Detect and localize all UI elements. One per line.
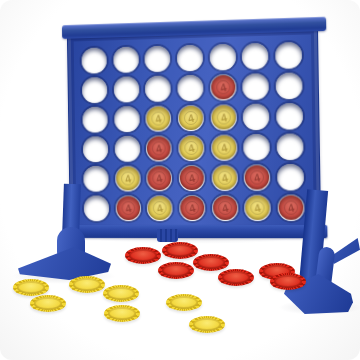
hole: 4 (147, 195, 173, 221)
board-cell-r6c6[interactable]: 4 (241, 193, 274, 223)
disc-emboss: 4 (253, 171, 262, 183)
hole (177, 75, 203, 102)
hole: 4 (244, 164, 271, 190)
connect-four-scene: 444444444444444444 (0, 0, 360, 360)
board-cell-r1c4[interactable] (174, 43, 207, 74)
yellow-disc[interactable]: 4 (212, 135, 236, 159)
yellow-disc[interactable]: 4 (245, 196, 270, 220)
board-cell-r4c3[interactable]: 4 (143, 133, 175, 163)
hole (82, 47, 107, 73)
board-panel: 444444444444444444 (67, 27, 321, 234)
yellow-disc[interactable]: 4 (212, 166, 236, 190)
hole (243, 104, 270, 131)
board-cell-r2c1[interactable] (79, 75, 111, 105)
yellow-disc[interactable]: 4 (179, 106, 203, 130)
hole (145, 75, 171, 101)
board-center-tab (157, 229, 178, 242)
board-cell-r6c5[interactable]: 4 (208, 193, 241, 223)
red-chip[interactable] (270, 273, 306, 290)
board-cell-r1c1[interactable] (79, 45, 111, 75)
hole: 4 (146, 135, 172, 161)
hole: 4 (147, 165, 173, 191)
hole: 4 (179, 195, 205, 221)
yellow-disc[interactable]: 4 (211, 105, 235, 130)
board-cell-r3c4[interactable]: 4 (174, 103, 207, 134)
board-cell-r2c6[interactable] (239, 71, 272, 102)
hole (242, 73, 269, 100)
yellow-chip[interactable] (30, 295, 66, 312)
board-cell-r4c1[interactable] (80, 134, 112, 164)
board-cell-r5c6[interactable]: 4 (240, 162, 273, 193)
board-cell-r3c7[interactable] (272, 101, 306, 132)
board-cell-r3c1[interactable] (79, 105, 111, 135)
red-disc[interactable]: 4 (148, 166, 172, 190)
hole (84, 195, 109, 221)
hole (177, 45, 203, 72)
board-cell-r5c4[interactable]: 4 (175, 163, 208, 193)
hole (113, 47, 139, 73)
hole (276, 103, 303, 130)
yellow-disc[interactable]: 4 (147, 106, 171, 130)
hole: 4 (211, 134, 237, 160)
board-cell-r2c5[interactable]: 4 (206, 72, 239, 103)
board-cell-r3c5[interactable]: 4 (207, 102, 240, 133)
board-cell-r2c3[interactable] (142, 73, 174, 104)
board-cell-r4c4[interactable]: 4 (175, 133, 208, 163)
red-chip[interactable] (158, 262, 194, 279)
disc-emboss: 4 (187, 172, 196, 184)
yellow-disc[interactable]: 4 (116, 167, 140, 191)
hole (114, 76, 140, 102)
board-cell-r6c4[interactable]: 4 (176, 193, 209, 223)
red-disc[interactable]: 4 (211, 75, 235, 100)
red-chip[interactable] (162, 242, 198, 259)
hole (242, 43, 269, 70)
yellow-disc[interactable]: 4 (179, 136, 203, 160)
board-cell-r5c1[interactable] (80, 164, 112, 194)
board-cell-r2c4[interactable] (174, 73, 207, 104)
disc-emboss: 4 (155, 142, 164, 154)
board-cell-r1c3[interactable] (142, 44, 174, 75)
board-cell-r6c2[interactable]: 4 (112, 193, 144, 223)
disc-emboss: 4 (187, 112, 196, 124)
yellow-chip[interactable] (166, 294, 202, 311)
hole: 4 (146, 105, 172, 131)
red-disc[interactable]: 4 (213, 196, 237, 220)
hole (83, 107, 108, 133)
red-chip[interactable] (193, 254, 229, 271)
hole: 4 (244, 195, 271, 221)
hole: 4 (210, 74, 236, 101)
board-grid: 444444444444444444 (79, 40, 308, 223)
disc-emboss: 4 (124, 202, 133, 214)
disc-emboss: 4 (154, 112, 163, 124)
board-cell-r5c7[interactable] (273, 162, 307, 193)
board-cell-r3c6[interactable] (239, 101, 272, 132)
board-cell-r6c3[interactable]: 4 (144, 193, 176, 223)
board-cell-r1c7[interactable] (271, 40, 305, 71)
disc-emboss: 4 (124, 172, 133, 184)
hole (114, 136, 140, 162)
hole (276, 133, 303, 160)
yellow-chip[interactable] (189, 316, 225, 333)
board-cell-r5c5[interactable]: 4 (208, 162, 241, 192)
board-cell-r1c5[interactable] (206, 42, 239, 73)
disc-emboss: 4 (220, 202, 229, 214)
board-cell-r6c1[interactable] (81, 193, 113, 223)
red-chip[interactable] (125, 247, 161, 264)
board-frame: 444444444444444444 (67, 17, 322, 234)
disc-emboss: 4 (155, 172, 164, 184)
yellow-chip[interactable] (13, 279, 49, 296)
hole: 4 (178, 105, 204, 131)
hole: 4 (179, 165, 205, 191)
red-disc[interactable]: 4 (278, 195, 303, 219)
board-cell-r3c2[interactable] (111, 104, 143, 134)
red-disc[interactable]: 4 (180, 166, 204, 190)
disc-emboss: 4 (286, 201, 295, 213)
hole: 4 (277, 194, 304, 220)
disc-emboss: 4 (219, 111, 228, 123)
hole (145, 46, 171, 73)
yellow-chip[interactable] (103, 285, 139, 302)
board-cell-r5c2[interactable]: 4 (112, 164, 144, 194)
hole: 4 (210, 104, 236, 131)
hole (84, 166, 109, 192)
hole: 4 (178, 135, 204, 161)
board-cell-r3c3[interactable]: 4 (143, 103, 175, 133)
yellow-chip[interactable] (69, 276, 105, 293)
disc-emboss: 4 (187, 142, 196, 154)
board-cell-r6c7[interactable]: 4 (274, 192, 308, 223)
hole: 4 (211, 165, 237, 191)
disc-emboss: 4 (218, 81, 227, 93)
red-chip[interactable] (218, 269, 254, 286)
board-cell-r4c2[interactable] (111, 134, 143, 164)
board-cell-r2c2[interactable] (110, 74, 142, 104)
hole: 4 (212, 195, 238, 221)
yellow-disc[interactable]: 4 (148, 196, 172, 220)
hole (277, 164, 304, 191)
board-cell-r1c2[interactable] (110, 44, 142, 75)
hole: 4 (115, 166, 141, 192)
red-disc[interactable]: 4 (116, 196, 140, 220)
board-cell-r2c7[interactable] (272, 70, 306, 101)
hole (275, 72, 302, 99)
board-cell-r4c7[interactable] (273, 131, 307, 162)
board-cell-r4c5[interactable]: 4 (207, 132, 240, 163)
board-cell-r5c3[interactable]: 4 (143, 163, 175, 193)
disc-emboss: 4 (156, 202, 165, 214)
hole (114, 106, 140, 132)
disc-emboss: 4 (220, 172, 229, 184)
hole: 4 (115, 195, 141, 221)
board-cell-r4c6[interactable] (240, 132, 273, 163)
red-disc[interactable]: 4 (245, 165, 270, 189)
red-disc[interactable]: 4 (147, 136, 171, 160)
board-cell-r1c6[interactable] (238, 41, 271, 72)
hole (243, 134, 270, 161)
disc-emboss: 4 (253, 202, 262, 214)
board-bottom-rail (66, 225, 328, 238)
right-rear-foot (331, 238, 360, 264)
hole (82, 77, 107, 103)
disc-emboss: 4 (219, 141, 228, 153)
hole (275, 42, 302, 69)
hole (209, 44, 235, 71)
disc-emboss: 4 (188, 202, 197, 214)
hole (83, 136, 108, 162)
red-disc[interactable]: 4 (180, 196, 204, 220)
yellow-chip[interactable] (104, 305, 140, 322)
